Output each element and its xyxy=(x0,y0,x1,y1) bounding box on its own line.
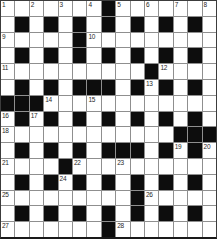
cell-r7c7[interactable]: 15 xyxy=(87,96,100,111)
black-cell-r10c9 xyxy=(116,143,129,158)
cell-r13c1[interactable]: 25 xyxy=(1,191,14,206)
cell-r5c7[interactable] xyxy=(87,64,100,79)
cell-r5c4[interactable] xyxy=(44,64,57,79)
cell-r14c11[interactable] xyxy=(145,206,158,221)
cell-r11c14[interactable] xyxy=(188,159,201,174)
black-cell-r10c10 xyxy=(131,143,144,158)
black-cell-r12c14 xyxy=(188,175,201,190)
black-cell-r4c6 xyxy=(73,48,86,63)
black-cell-r8c10 xyxy=(131,112,144,127)
black-cell-r9c13 xyxy=(174,127,187,142)
clue-number-1: 1 xyxy=(2,1,5,8)
cell-r3c11[interactable] xyxy=(145,33,158,48)
black-cell-r2c12 xyxy=(159,17,172,32)
cell-r8c9[interactable] xyxy=(116,112,129,127)
clue-number-2: 2 xyxy=(31,1,34,8)
cell-r1c1[interactable]: 1 xyxy=(1,1,14,16)
clue-number-20: 20 xyxy=(204,143,211,150)
black-cell-r10c8 xyxy=(102,143,115,158)
cell-r5c13[interactable] xyxy=(174,64,187,79)
cell-r13c7[interactable] xyxy=(87,191,100,206)
cell-r1c14[interactable] xyxy=(188,1,201,16)
cell-r7c14[interactable] xyxy=(188,96,201,111)
black-cell-r14c4 xyxy=(44,206,57,221)
cell-r8c11[interactable] xyxy=(145,112,158,127)
black-cell-r11c5 xyxy=(59,159,72,174)
cell-r2c13[interactable] xyxy=(174,17,187,32)
cell-r5c10[interactable] xyxy=(131,64,144,79)
black-cell-r4c2 xyxy=(15,48,28,63)
cell-r10c15[interactable]: 20 xyxy=(203,143,216,158)
cell-r12c1[interactable] xyxy=(1,175,14,190)
cell-r13c8[interactable] xyxy=(102,191,115,206)
black-cell-r2c6 xyxy=(73,17,86,32)
cell-r11c3[interactable] xyxy=(30,159,43,174)
cell-r13c4[interactable] xyxy=(44,191,57,206)
black-cell-r14c14 xyxy=(188,206,201,221)
cell-r4c1[interactable] xyxy=(1,48,14,63)
cell-r7c10[interactable] xyxy=(131,96,144,111)
black-cell-r14c8 xyxy=(102,206,115,221)
black-cell-r6c12 xyxy=(159,80,172,95)
cell-r3c12[interactable] xyxy=(159,33,172,48)
cell-r1c7[interactable]: 4 xyxy=(87,1,100,16)
cell-r2c15[interactable] xyxy=(203,17,216,32)
cell-r11c15[interactable] xyxy=(203,159,216,174)
cell-r9c4[interactable] xyxy=(44,127,57,142)
cell-r7c11[interactable] xyxy=(145,96,158,111)
clue-number-22: 22 xyxy=(74,159,81,166)
cell-r1c6[interactable] xyxy=(73,1,86,16)
clue-number-5: 5 xyxy=(117,1,120,8)
cell-r12c11[interactable] xyxy=(145,175,158,190)
black-cell-r6c2 xyxy=(15,80,28,95)
cell-r4c13[interactable] xyxy=(174,48,187,63)
cell-r6c3[interactable] xyxy=(30,80,43,95)
cell-r3c9[interactable] xyxy=(116,33,129,48)
black-cell-r4c4 xyxy=(44,48,57,63)
cell-r5c8[interactable] xyxy=(102,64,115,79)
cell-r14c7[interactable] xyxy=(87,206,100,221)
cell-r3c2[interactable] xyxy=(15,33,28,48)
clue-number-11: 11 xyxy=(2,64,8,71)
cell-r12c5[interactable]: 24 xyxy=(59,175,72,190)
black-cell-r2c2 xyxy=(15,17,28,32)
cell-r15c15[interactable] xyxy=(203,222,216,237)
cell-r9c8[interactable] xyxy=(102,127,115,142)
black-cell-r14c2 xyxy=(15,206,28,221)
black-cell-r6c4 xyxy=(44,80,57,95)
cell-r10c1[interactable] xyxy=(1,143,14,158)
black-cell-r8c12 xyxy=(159,112,172,127)
clue-number-7: 7 xyxy=(175,1,178,8)
cell-r15c13[interactable] xyxy=(174,222,187,237)
cell-r1c11[interactable]: 6 xyxy=(145,1,158,16)
cell-r5c6[interactable] xyxy=(73,64,86,79)
black-cell-r6c10 xyxy=(131,80,144,95)
black-cell-r10c4 xyxy=(44,143,57,158)
cell-r12c7[interactable] xyxy=(87,175,100,190)
cell-r7c15[interactable] xyxy=(203,96,216,111)
cell-r15c4[interactable] xyxy=(44,222,57,237)
cell-r2c7[interactable] xyxy=(87,17,100,32)
black-cell-r10c14 xyxy=(188,143,201,158)
clue-number-26: 26 xyxy=(146,191,153,198)
black-cell-r4c14 xyxy=(188,48,201,63)
cell-r9c3[interactable] xyxy=(30,127,43,142)
cell-r2c1[interactable] xyxy=(1,17,14,32)
cell-r8c7[interactable] xyxy=(87,112,100,127)
black-cell-r12c8 xyxy=(102,175,115,190)
cell-r2c3[interactable] xyxy=(30,17,43,32)
cell-r11c2[interactable] xyxy=(15,159,28,174)
cell-r9c6[interactable] xyxy=(73,127,86,142)
cell-r9c7[interactable] xyxy=(87,127,100,142)
cell-r7c4[interactable]: 14 xyxy=(44,96,57,111)
clue-number-28: 28 xyxy=(117,222,124,229)
black-cell-r6c7 xyxy=(87,80,100,95)
cell-r13c11[interactable]: 26 xyxy=(145,191,158,206)
cell-r8c5[interactable] xyxy=(59,112,72,127)
cell-r8c3[interactable]: 17 xyxy=(30,112,43,127)
cell-r9c12[interactable] xyxy=(159,127,172,142)
black-cell-r12c4 xyxy=(44,175,57,190)
cell-r13c14[interactable] xyxy=(188,191,201,206)
clue-number-10: 10 xyxy=(88,33,95,40)
cell-r3c5[interactable] xyxy=(59,33,72,48)
cell-r4c11[interactable] xyxy=(145,48,158,63)
cell-r9c2[interactable] xyxy=(15,127,28,142)
clue-number-21: 21 xyxy=(2,159,9,166)
cell-r3c14[interactable] xyxy=(188,33,201,48)
cell-r6c15[interactable] xyxy=(203,80,216,95)
cell-r1c15[interactable]: 8 xyxy=(203,1,216,16)
cell-r1c10[interactable] xyxy=(131,1,144,16)
cell-r9c11[interactable] xyxy=(145,127,158,142)
black-cell-r10c6 xyxy=(73,143,86,158)
clue-number-15: 15 xyxy=(88,96,95,103)
black-cell-r13c10 xyxy=(131,191,144,206)
cell-r2c11[interactable] xyxy=(145,17,158,32)
cell-r5c3[interactable] xyxy=(30,64,43,79)
black-cell-r12c2 xyxy=(15,175,28,190)
cell-r11c11[interactable] xyxy=(145,159,158,174)
black-cell-r7c1 xyxy=(1,96,14,111)
black-cell-r12c12 xyxy=(159,175,172,190)
cell-r7c9[interactable] xyxy=(116,96,129,111)
black-cell-r4c12 xyxy=(159,48,172,63)
cell-r11c1[interactable]: 21 xyxy=(1,159,14,174)
cell-r10c13[interactable]: 19 xyxy=(174,143,187,158)
cell-r15c7[interactable] xyxy=(87,222,100,237)
cell-r4c9[interactable] xyxy=(116,48,129,63)
black-cell-r8c4 xyxy=(44,112,57,127)
black-cell-r14c12 xyxy=(159,206,172,221)
clue-number-8: 8 xyxy=(204,1,207,8)
clue-number-19: 19 xyxy=(175,143,182,150)
black-cell-r7c2 xyxy=(15,96,28,111)
cell-r3c1[interactable]: 9 xyxy=(1,33,14,48)
cell-r6c9[interactable] xyxy=(116,80,129,95)
cell-r15c9[interactable]: 28 xyxy=(116,222,129,237)
cell-r3c8[interactable] xyxy=(102,33,115,48)
cell-r11c13[interactable] xyxy=(174,159,187,174)
cell-r11c10[interactable] xyxy=(131,159,144,174)
black-cell-r9c15 xyxy=(203,127,216,142)
cell-r11c8[interactable] xyxy=(102,159,115,174)
cell-r9c1[interactable]: 18 xyxy=(1,127,14,142)
cell-r13c5[interactable] xyxy=(59,191,72,206)
cell-r8c1[interactable]: 16 xyxy=(1,112,14,127)
cell-r11c7[interactable] xyxy=(87,159,100,174)
cell-r6c1[interactable] xyxy=(1,80,14,95)
cell-r15c6[interactable] xyxy=(73,222,86,237)
cell-r4c7[interactable] xyxy=(87,48,100,63)
clue-number-17: 17 xyxy=(31,112,38,119)
cell-r15c12[interactable] xyxy=(159,222,172,237)
cell-r13c6[interactable] xyxy=(73,191,86,206)
cell-r1c3[interactable]: 2 xyxy=(30,1,43,16)
crossword-grid: 1234567891011121314151617181920212223242… xyxy=(0,0,217,239)
cell-r4c15[interactable] xyxy=(203,48,216,63)
cell-r5c1[interactable]: 11 xyxy=(1,64,14,79)
cell-r11c4[interactable] xyxy=(44,159,57,174)
cell-r7c6[interactable] xyxy=(73,96,86,111)
clue-number-12: 12 xyxy=(160,64,167,71)
black-cell-r15c8 xyxy=(102,222,115,237)
cell-r8c13[interactable] xyxy=(174,112,187,127)
cell-r5c14[interactable] xyxy=(188,64,201,79)
cell-r10c11[interactable] xyxy=(145,143,158,158)
cell-r15c5[interactable] xyxy=(59,222,72,237)
cell-r13c2[interactable] xyxy=(15,191,28,206)
cell-r7c12[interactable] xyxy=(159,96,172,111)
cell-r15c11[interactable] xyxy=(145,222,158,237)
cell-r5c2[interactable] xyxy=(15,64,28,79)
cell-r6c5[interactable] xyxy=(59,80,72,95)
black-cell-r14c6 xyxy=(73,206,86,221)
cell-r15c14[interactable] xyxy=(188,222,201,237)
clue-number-14: 14 xyxy=(45,96,52,103)
black-cell-r5c11 xyxy=(145,64,158,79)
cell-r7c5[interactable] xyxy=(59,96,72,111)
cell-r1c5[interactable]: 3 xyxy=(59,1,72,16)
cell-r1c13[interactable]: 7 xyxy=(174,1,187,16)
black-cell-r6c8 xyxy=(102,80,115,95)
cell-r3c13[interactable] xyxy=(174,33,187,48)
cell-r9c9[interactable] xyxy=(116,127,129,142)
cell-r15c3[interactable] xyxy=(30,222,43,237)
cell-r5c12[interactable]: 12 xyxy=(159,64,172,79)
clue-number-3: 3 xyxy=(60,1,63,8)
cell-r14c13[interactable] xyxy=(174,206,187,221)
cell-r5c5[interactable] xyxy=(59,64,72,79)
cell-r1c12[interactable] xyxy=(159,1,172,16)
cell-r3c7[interactable]: 10 xyxy=(87,33,100,48)
clue-number-23: 23 xyxy=(117,159,124,166)
clue-number-4: 4 xyxy=(88,1,91,8)
crossword-page: 1234567891011121314151617181920212223242… xyxy=(0,0,217,239)
cell-r1c4[interactable] xyxy=(44,1,57,16)
cell-r7c8[interactable] xyxy=(102,96,115,111)
cell-r9c10[interactable] xyxy=(131,127,144,142)
cell-r7c13[interactable] xyxy=(174,96,187,111)
black-cell-r1c8 xyxy=(102,1,115,16)
black-cell-r4c10 xyxy=(131,48,144,63)
cell-r12c9[interactable] xyxy=(116,175,129,190)
cell-r13c12[interactable] xyxy=(159,191,172,206)
black-cell-r8c8 xyxy=(102,112,115,127)
clue-number-16: 16 xyxy=(2,112,9,119)
cell-r13c15[interactable] xyxy=(203,191,216,206)
cell-r1c9[interactable]: 5 xyxy=(116,1,129,16)
cell-r2c9[interactable] xyxy=(116,17,129,32)
cell-r2c5[interactable] xyxy=(59,17,72,32)
clue-number-6: 6 xyxy=(146,1,149,8)
black-cell-r8c2 xyxy=(15,112,28,127)
black-cell-r7c3 xyxy=(30,96,43,111)
cell-r10c5[interactable] xyxy=(59,143,72,158)
black-cell-r6c6 xyxy=(73,80,86,95)
black-cell-r8c14 xyxy=(188,112,201,127)
black-cell-r10c2 xyxy=(15,143,28,158)
cell-r12c3[interactable] xyxy=(30,175,43,190)
cell-r13c13[interactable] xyxy=(174,191,187,206)
cell-r12c13[interactable] xyxy=(174,175,187,190)
cell-r13c9[interactable] xyxy=(116,191,129,206)
cell-r10c3[interactable] xyxy=(30,143,43,158)
cell-r6c11[interactable]: 13 xyxy=(145,80,158,95)
clue-number-27: 27 xyxy=(2,222,9,229)
cell-r14c3[interactable] xyxy=(30,206,43,221)
cell-r9c5[interactable] xyxy=(59,127,72,142)
cell-r11c9[interactable]: 23 xyxy=(116,159,129,174)
cell-r5c15[interactable] xyxy=(203,64,216,79)
black-cell-r4c8 xyxy=(102,48,115,63)
black-cell-r10c12 xyxy=(159,143,172,158)
cell-r3c15[interactable] xyxy=(203,33,216,48)
cell-r15c1[interactable]: 27 xyxy=(1,222,14,237)
cell-r14c1[interactable] xyxy=(1,206,14,221)
cell-r3c3[interactable] xyxy=(30,33,43,48)
black-cell-r12c10 xyxy=(131,175,144,190)
cell-r15c10[interactable] xyxy=(131,222,144,237)
clue-number-18: 18 xyxy=(2,127,9,134)
cell-r12c15[interactable] xyxy=(203,175,216,190)
black-cell-r2c14 xyxy=(188,17,201,32)
cell-r15c2[interactable] xyxy=(15,222,28,237)
cell-r1c2[interactable] xyxy=(15,1,28,16)
cell-r11c6[interactable]: 22 xyxy=(73,159,86,174)
black-cell-r12c6 xyxy=(73,175,86,190)
cell-r11c12[interactable] xyxy=(159,159,172,174)
cell-r14c5[interactable] xyxy=(59,206,72,221)
cell-r14c15[interactable] xyxy=(203,206,216,221)
black-cell-r14c10 xyxy=(131,206,144,221)
cell-r10c7[interactable] xyxy=(87,143,100,158)
cell-r6c13[interactable] xyxy=(174,80,187,95)
black-cell-r6c14 xyxy=(188,80,201,95)
clue-number-13: 13 xyxy=(146,80,153,87)
cell-r14c9[interactable] xyxy=(116,206,129,221)
cell-r8c15[interactable] xyxy=(203,112,216,127)
black-cell-r9c14 xyxy=(188,127,201,142)
cell-r4c5[interactable] xyxy=(59,48,72,63)
cell-r4c3[interactable] xyxy=(30,48,43,63)
black-cell-r3c6 xyxy=(73,33,86,48)
black-cell-r8c6 xyxy=(73,112,86,127)
cell-r3c4[interactable] xyxy=(44,33,57,48)
cell-r13c3[interactable] xyxy=(30,191,43,206)
cell-r5c9[interactable] xyxy=(116,64,129,79)
clue-number-9: 9 xyxy=(2,33,5,40)
clue-number-24: 24 xyxy=(60,175,67,182)
clue-number-25: 25 xyxy=(2,191,9,198)
cell-r3c10[interactable] xyxy=(131,33,144,48)
black-cell-r2c4 xyxy=(44,17,57,32)
black-cell-r2c8 xyxy=(102,17,115,32)
black-cell-r2c10 xyxy=(131,17,144,32)
